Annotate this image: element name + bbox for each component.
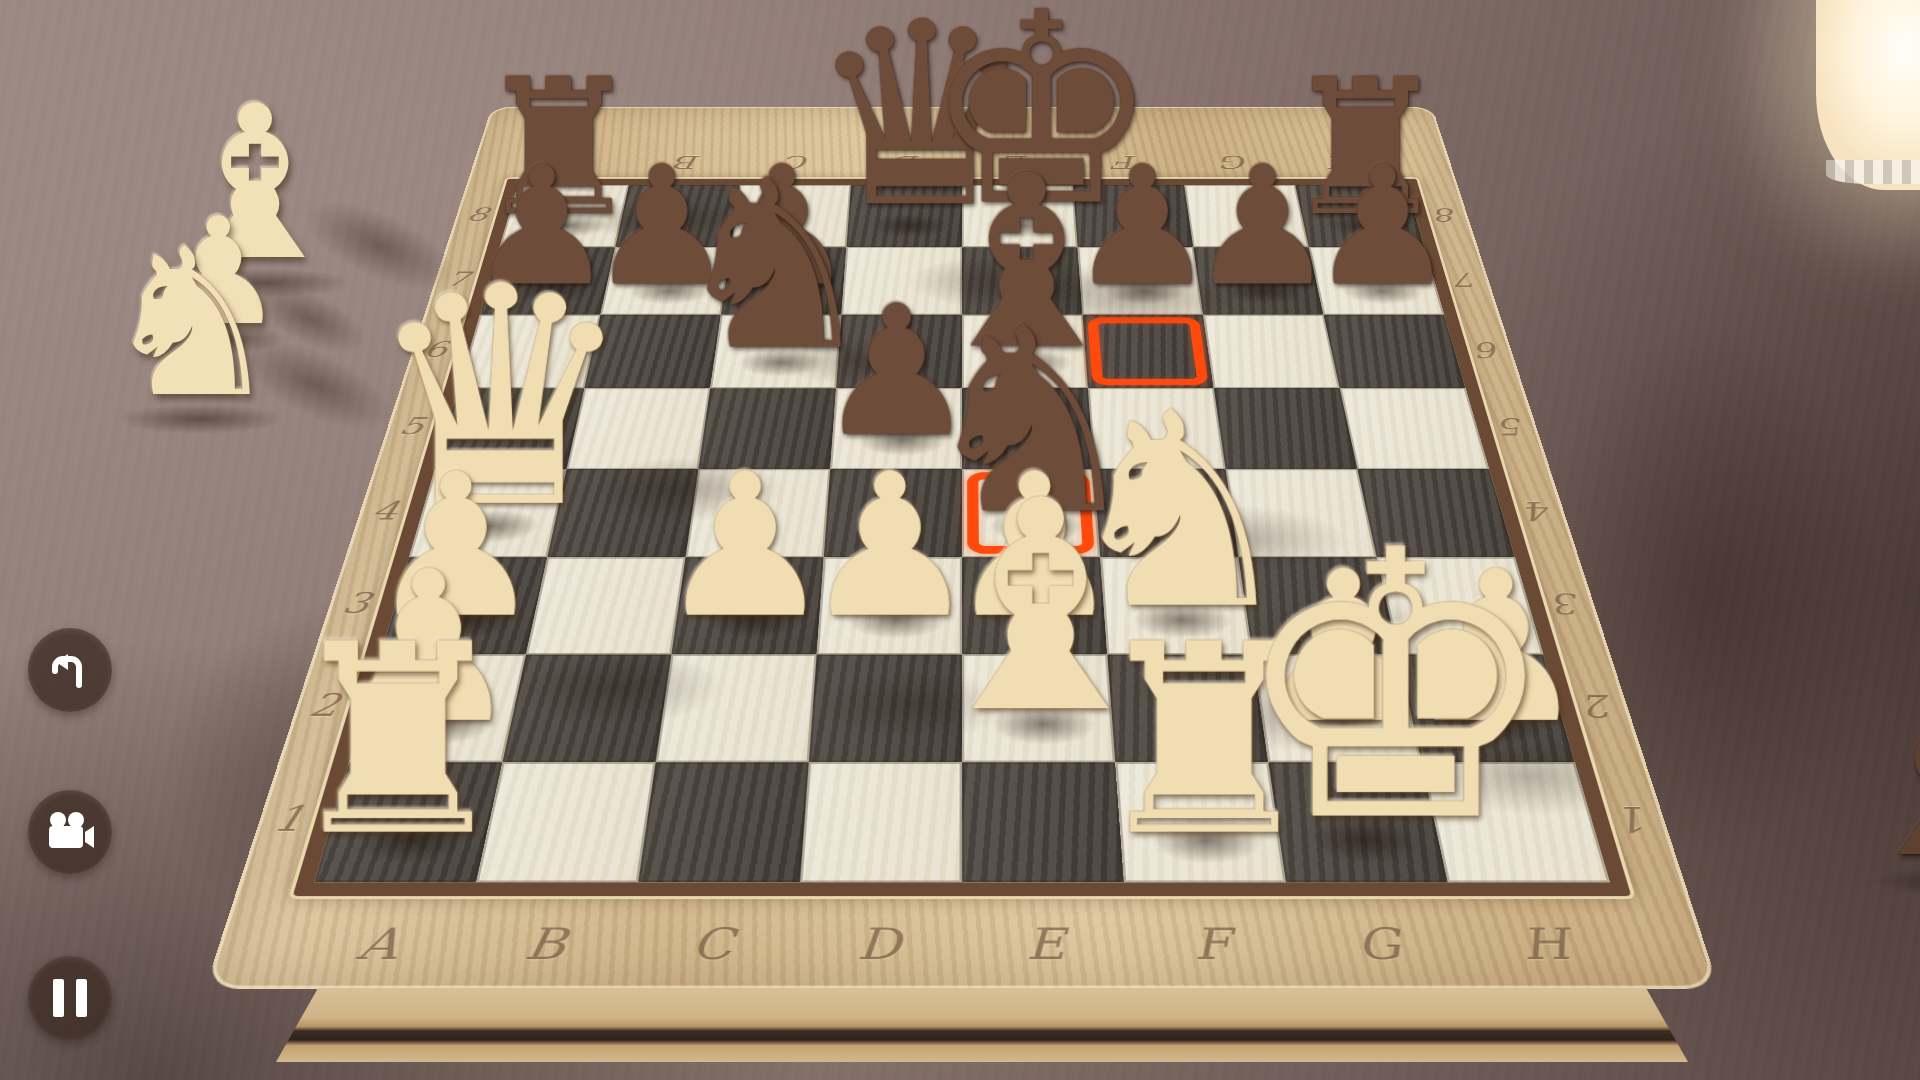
square-h7[interactable]: ♟: [1309, 247, 1444, 315]
square-h5[interactable]: [1340, 388, 1489, 468]
scene: { "game": "chess", "view": "3d perspecti…: [0, 0, 1920, 1080]
rank-label-right-8: 8: [1426, 204, 1469, 225]
square-d1[interactable]: [800, 762, 962, 882]
captured-bishop-contact-shadow: [141, 262, 388, 304]
file-label-top-C: C: [771, 152, 824, 172]
black-piece-icon: ♝: [1852, 672, 1920, 888]
table-lamp: [1816, 0, 1920, 190]
rank-label-right-5: 5: [1489, 413, 1539, 440]
file-label-top-D: D: [882, 152, 933, 172]
captured-black-contact-shadow: [1833, 860, 1920, 902]
file-label-top-A: A: [551, 152, 607, 172]
file-label-bottom-A: A: [334, 919, 424, 970]
file-label-top-F: F: [1100, 152, 1153, 172]
file-label-top-G: G: [1209, 152, 1263, 172]
file-label-top-B: B: [661, 152, 715, 172]
file-label-bottom-F: F: [1171, 919, 1253, 970]
chess-board: ♜♛♚♜♟♟♟♟♟♟♞♝♟♛♞♟♟♟♟♞♟♝♟♟♜♜♚ 876543218765…: [205, 107, 1719, 989]
chess-board-perspective-wrapper: ♜♛♚♜♟♟♟♟♟♟♞♝♟♛♞♟♟♟♟♞♟♝♟♟♜♜♚ 876543218765…: [382, 0, 1542, 1080]
file-label-top-E: E: [991, 152, 1042, 172]
captured-white-bishop: ♝: [160, 78, 350, 290]
square-h6[interactable]: [1324, 315, 1466, 389]
camera-button[interactable]: [28, 790, 112, 874]
captured-black-piece-partial: ♝: [1852, 672, 1920, 888]
undo-icon: [47, 647, 93, 693]
pause-button[interactable]: [28, 956, 112, 1040]
file-label-top-H: H: [1317, 152, 1373, 172]
white-king-g1[interactable]: ♚: [1230, 503, 1501, 873]
white-rook-a1[interactable]: ♜: [262, 609, 533, 872]
captured-knight-contact-shadow: [82, 398, 320, 440]
lamp-base-band: [1826, 160, 1920, 184]
file-label-bottom-G: G: [1336, 919, 1422, 970]
square-c1[interactable]: [638, 762, 809, 882]
square-a1[interactable]: ♜: [314, 762, 502, 882]
captured-white-knight: ♞: [100, 222, 283, 426]
rank-label-right-6: 6: [1466, 337, 1514, 362]
pause-icon: [53, 979, 87, 1017]
camera-icon: [45, 810, 95, 854]
board-inner-frame: ♜♛♚♜♟♟♟♟♟♟♞♝♟♛♞♟♟♟♟♞♟♝♟♟♜♜♚: [293, 179, 1632, 896]
square-g1[interactable]: ♚: [1268, 762, 1447, 882]
file-label-bottom-E: E: [1006, 919, 1085, 970]
undo-button[interactable]: [28, 628, 112, 712]
captured-pawn-contact-shadow: [139, 318, 311, 360]
file-label-bottom-D: D: [839, 919, 918, 970]
captured-white-pawn: ♟: [152, 198, 285, 346]
file-label-bottom-B: B: [502, 919, 588, 970]
file-label-bottom-H: H: [1500, 919, 1590, 970]
rank-label-right-1: 1: [1605, 799, 1669, 840]
rank-label-right-7: 7: [1445, 268, 1490, 291]
white-pawn-icon: ♟: [152, 198, 285, 346]
white-knight-icon: ♞: [100, 222, 283, 426]
file-label-bottom-C: C: [671, 919, 753, 970]
square-c2[interactable]: [656, 654, 817, 762]
white-bishop-icon: ♝: [160, 78, 350, 290]
board-grid: ♜♛♚♜♟♟♟♟♟♟♞♝♟♛♞♟♟♟♟♞♟♝♟♟♜♜♚: [314, 185, 1610, 882]
